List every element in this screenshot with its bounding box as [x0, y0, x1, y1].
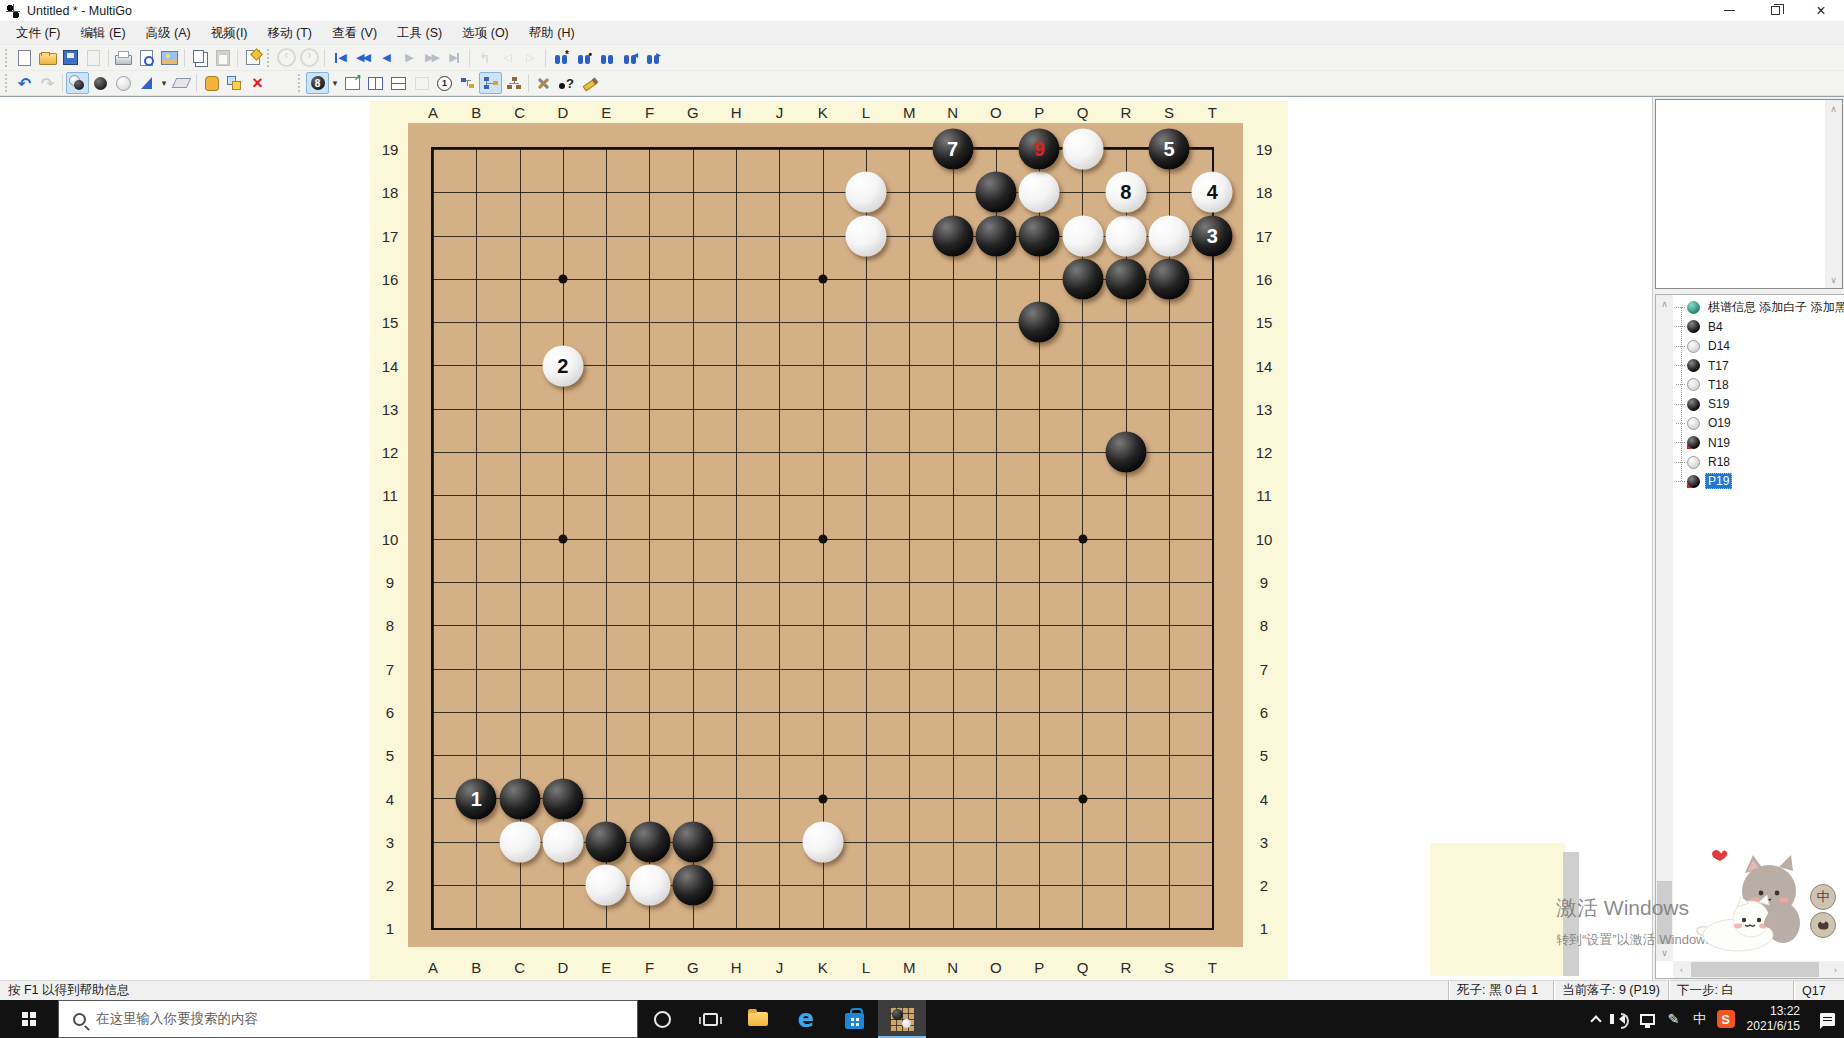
store-icon [845, 1013, 864, 1029]
coord-label-col-C-bottom: C [514, 959, 525, 976]
coord-label-row-2-right: 2 [1260, 877, 1268, 894]
coord-label-col-H-top: H [731, 104, 742, 121]
stone-R16[interactable] [1105, 258, 1146, 299]
coord-label-row-11-left: 11 [382, 487, 398, 504]
nav-last-icon[interactable]: ▶ [443, 47, 466, 69]
stone-Q17[interactable] [1062, 215, 1103, 256]
coord-label-col-S-top: S [1164, 104, 1174, 121]
coord-label-col-R-top: R [1120, 104, 1131, 121]
client-area: AABBCCDDEEFFGGHHJJKKLLMMNNOOPPQQRRSSTT19… [0, 96, 1844, 980]
coord-label-row-8-right: 8 [1260, 617, 1268, 634]
black-stone-icon [1687, 436, 1700, 449]
stone-O17[interactable] [975, 215, 1016, 256]
multigo-app-icon [5, 3, 21, 19]
black-stone-icon[interactable] [89, 72, 112, 94]
coord-label-row-1-left: 1 [386, 920, 394, 937]
var-next-icon[interactable] [519, 47, 542, 69]
undo-icon[interactable] [13, 72, 36, 94]
toolbar-separator [62, 74, 63, 92]
stone-K3[interactable] [802, 821, 843, 862]
tree-node-S19[interactable]: S19 [1673, 394, 1844, 413]
scroll-up-icon[interactable]: ∧ [1825, 100, 1842, 117]
tree-node-label: B4 [1705, 319, 1726, 335]
coord-label-row-1-right: 1 [1260, 920, 1268, 937]
tree-node-label: S19 [1705, 396, 1732, 412]
print-preview-icon[interactable] [135, 47, 158, 69]
tree-node-label: P19 [1705, 473, 1732, 489]
blank-board-icon[interactable] [410, 72, 433, 94]
find-point-icon[interactable] [572, 47, 595, 69]
coord-label-row-6-right: 6 [1260, 703, 1268, 720]
black-stone-icon [1687, 359, 1700, 372]
tree-node-T17[interactable]: T17 [1673, 356, 1844, 375]
coord-label-col-S-bottom: S [1164, 959, 1174, 976]
stone-S19[interactable]: 5 [1149, 129, 1190, 170]
coord-label-row-10-right: 10 [1256, 530, 1273, 547]
comment-scrollbar[interactable]: ∧ ∨ [1825, 100, 1842, 288]
taskbar-app-task-view[interactable] [686, 1000, 734, 1038]
stone-Q16[interactable] [1062, 258, 1103, 299]
coord-label-row-14-right: 14 [1256, 357, 1273, 374]
taskbar-app-multigo[interactable] [878, 1000, 926, 1038]
close-button[interactable]: × [1798, 0, 1844, 22]
menu-item-1[interactable]: 编辑 (E) [70, 23, 135, 44]
white-stone-icon [1687, 340, 1700, 353]
comment-panel[interactable]: ∧ ∨ [1655, 99, 1843, 289]
stone-D4[interactable] [542, 778, 583, 819]
stone-D3[interactable] [542, 821, 583, 862]
dropdown-arrow-icon[interactable]: ▾ [158, 72, 170, 94]
stone-L17[interactable] [846, 215, 887, 256]
open-file-icon[interactable] [36, 47, 59, 69]
coord-label-col-B-top: B [471, 104, 481, 121]
var-up-icon[interactable] [473, 47, 496, 69]
tree-node-P19[interactable]: P19 [1673, 472, 1844, 491]
find-icon[interactable] [595, 47, 618, 69]
coord-label-row-6-left: 6 [386, 703, 394, 720]
coord-label-row-15-left: 15 [382, 314, 399, 331]
coord-label-col-M-bottom: M [903, 959, 916, 976]
coord-label-row-12-left: 12 [382, 444, 399, 461]
white-stone-icon [1687, 456, 1700, 469]
find-prev-icon[interactable] [618, 47, 641, 69]
star-point-Q4 [1078, 794, 1087, 803]
coord-label-col-D-top: D [557, 104, 568, 121]
coord-label-col-N-top: N [947, 104, 958, 121]
scroll-down-icon[interactable]: ∨ [1656, 944, 1673, 961]
context-help-icon[interactable] [555, 72, 578, 94]
coord-label-row-19-right: 19 [1256, 141, 1273, 158]
play-mode-icon[interactable] [66, 72, 89, 94]
stone-E3[interactable] [586, 821, 627, 862]
stone-C3[interactable] [499, 821, 540, 862]
toolbar-separator [108, 49, 109, 67]
star-point-K10 [818, 534, 827, 543]
nav-back-icon[interactable] [275, 47, 298, 69]
coord-label-col-F-top: F [645, 104, 654, 121]
nav-forward-icon[interactable] [298, 47, 321, 69]
coord-label-row-13-right: 13 [1256, 400, 1273, 417]
tree-node-label: T18 [1705, 377, 1732, 393]
tree-node-D14[interactable]: D14 [1673, 337, 1844, 356]
menu-item-7[interactable]: 选项 (O) [452, 23, 519, 44]
menu-item-0[interactable]: 文件 (F) [6, 23, 70, 44]
window-title: Untitled * - MultiGo [27, 4, 132, 18]
coord-label-col-B-bottom: B [471, 959, 481, 976]
menu-bar: 文件 (F)编辑 (E)高级 (A)视频(I)移动 (T)查看 (V)工具 (S… [0, 22, 1844, 44]
stone-G2[interactable] [672, 865, 713, 906]
scroll-thumb[interactable] [1691, 962, 1819, 977]
volume-icon[interactable] [1609, 1000, 1635, 1038]
stone-R18[interactable]: 8 [1105, 172, 1146, 213]
toolbar-grip[interactable] [5, 74, 8, 92]
ime-skin-card [1430, 843, 1565, 976]
coord-label-col-C-top: C [514, 104, 525, 121]
stone-O18[interactable] [975, 172, 1016, 213]
pen-icon[interactable]: ✎ [1661, 1000, 1687, 1038]
coord-label-row-5-left: 5 [386, 747, 394, 764]
toolbar-separator [528, 74, 529, 92]
stone-P18[interactable] [1019, 172, 1060, 213]
taskbar-search-input[interactable]: 在这里输入你要搜索的内容 [58, 1000, 638, 1038]
nav-prev-icon[interactable]: ◀ [374, 47, 397, 69]
coord-label-row-4-right: 4 [1260, 790, 1268, 807]
search-placeholder: 在这里输入你要搜索的内容 [96, 1010, 258, 1028]
file-explorer-icon [748, 1012, 768, 1026]
tree-vertical-scrollbar[interactable]: ∧ ∨ [1656, 295, 1673, 961]
start-button[interactable] [0, 1000, 58, 1038]
root-node-icon [1687, 301, 1700, 314]
menu-item-8[interactable]: 帮助 (H) [519, 23, 585, 44]
menu-item-2[interactable]: 高级 (A) [136, 23, 201, 44]
ime-skin-badge[interactable] [1810, 912, 1836, 938]
stone-T18[interactable]: 4 [1192, 172, 1233, 213]
coord-label-col-J-top: J [776, 104, 784, 121]
coord-label-row-7-right: 7 [1260, 660, 1268, 677]
star-point-K4 [818, 794, 827, 803]
status-current-move: 当前落子: 9 (P19) [1553, 981, 1668, 1001]
scroll-left-icon[interactable]: ‹ [1673, 961, 1690, 978]
move-number-icon[interactable] [433, 72, 456, 94]
stone-P15[interactable] [1019, 302, 1060, 343]
coord-label-col-P-top: P [1034, 104, 1044, 121]
coord-label-col-D-bottom: D [557, 959, 568, 976]
coord-label-col-T-bottom: T [1208, 959, 1217, 976]
coord-label-row-19-left: 19 [382, 141, 399, 158]
tree-node-root[interactable]: 棋谱信息 添加白子 添加黑子 [1673, 298, 1844, 317]
tree-node-B4[interactable]: B4 [1673, 317, 1844, 336]
scroll-up-icon[interactable]: ∧ [1656, 295, 1673, 312]
restore-button[interactable] [1752, 0, 1798, 22]
coord-label-row-9-left: 9 [386, 574, 394, 591]
save-icon[interactable] [59, 47, 82, 69]
tray-chevron-icon[interactable] [1583, 1000, 1609, 1038]
stone-F2[interactable] [629, 865, 670, 906]
multigo-icon [890, 1007, 914, 1031]
stone-P17[interactable] [1019, 215, 1060, 256]
coord-label-row-8-left: 8 [386, 617, 394, 634]
clock-date: 2021/6/15 [1747, 1019, 1800, 1034]
star-point-D16 [558, 274, 567, 283]
cat-sticker [1693, 843, 1811, 961]
print-icon[interactable] [112, 47, 135, 69]
clock-time: 13:22 [1747, 1004, 1800, 1019]
coord-label-row-18-right: 18 [1256, 184, 1273, 201]
coord-label-col-F-bottom: F [645, 959, 654, 976]
toolbar-separator [324, 49, 325, 67]
pan-hand-icon[interactable] [200, 72, 223, 94]
tree-node-label: 棋谱信息 添加白子 添加黑子 [1705, 298, 1844, 317]
coord-label-col-L-bottom: L [862, 959, 870, 976]
redo-icon[interactable] [36, 72, 59, 94]
coord-label-col-Q-bottom: Q [1077, 959, 1089, 976]
scroll-right-icon[interactable]: › [1827, 961, 1844, 978]
tree-list-icon[interactable] [479, 72, 502, 94]
coord-label-row-17-left: 17 [382, 227, 399, 244]
delete-icon[interactable] [246, 72, 269, 94]
search-icon [73, 1013, 86, 1026]
tree-node-label: N19 [1705, 435, 1733, 451]
coord-label-col-P-bottom: P [1034, 959, 1044, 976]
coord-label-col-A-bottom: A [428, 959, 438, 976]
tree-node-N19[interactable]: N19 [1673, 433, 1844, 452]
coord-label-row-5-right: 5 [1260, 747, 1268, 764]
toolbar-separator [184, 49, 185, 67]
status-bar: 按 F1 以得到帮助信息 死子: 黑 0 白 1 当前落子: 9 (P19) 下… [0, 980, 1844, 1000]
stone-E2[interactable] [586, 865, 627, 906]
split-horizontal-icon[interactable] [387, 72, 410, 94]
copy-icon[interactable] [188, 47, 211, 69]
minimize-button[interactable] [1706, 0, 1752, 22]
star-point-K16 [818, 274, 827, 283]
tree-node-O19[interactable]: O19 [1673, 414, 1844, 433]
tree-node-label: D14 [1705, 338, 1733, 354]
coord-label-col-N-bottom: N [947, 959, 958, 976]
edge-icon: e [798, 1007, 814, 1031]
eraser-icon[interactable] [170, 72, 193, 94]
stone-G3[interactable] [672, 821, 713, 862]
tree-node-T18[interactable]: T18 [1673, 375, 1844, 394]
white-stone-icon [1687, 378, 1700, 391]
menu-item-4[interactable]: 移动 (T) [258, 23, 322, 44]
toolbar-separator [196, 74, 197, 92]
board-panel: AABBCCDDEEFFGGHHJJKKLLMMNNOOPPQQRRSSTT19… [0, 97, 1652, 981]
stone-S17[interactable] [1149, 215, 1190, 256]
toolbar-grip[interactable] [5, 49, 8, 67]
game-info-icon[interactable] [241, 47, 264, 69]
stone-Q19[interactable] [1062, 129, 1103, 170]
tools-icon[interactable] [532, 72, 555, 94]
status-captures: 死子: 黑 0 白 1 [1448, 981, 1553, 1001]
save-as-icon[interactable] [82, 47, 105, 69]
stone-N17[interactable] [932, 215, 973, 256]
var-prev-icon[interactable] [496, 47, 519, 69]
coord-label-row-16-right: 16 [1256, 270, 1273, 287]
stone-F3[interactable] [629, 821, 670, 862]
find-new-icon[interactable] [549, 47, 572, 69]
taskbar-app-store[interactable] [830, 1000, 878, 1038]
black-stone-icon [1687, 398, 1700, 411]
nav-ffwd-icon[interactable]: ▶▶ [420, 47, 443, 69]
scroll-down-icon[interactable]: ∨ [1825, 271, 1842, 288]
stone-B4[interactable]: 1 [456, 778, 497, 819]
menu-item-3[interactable]: 视频(I) [201, 23, 258, 44]
stone-D14[interactable]: 2 [542, 345, 583, 386]
coord-label-row-14-left: 14 [382, 357, 399, 374]
coord-label-col-O-top: O [990, 104, 1002, 121]
network-icon[interactable] [1635, 1000, 1661, 1038]
black-stone-icon [1687, 320, 1700, 333]
split-vertical-icon[interactable] [364, 72, 387, 94]
status-hover-coord: Q17 [1793, 981, 1844, 1001]
white-stone-icon [1687, 417, 1700, 430]
tree-node-R18[interactable]: R18 [1673, 452, 1844, 471]
dropdown-arrow-icon[interactable]: ▾ [329, 72, 341, 94]
scroll-thumb[interactable] [1657, 881, 1672, 947]
stone-N19[interactable]: 7 [932, 129, 973, 170]
coord-label-col-G-top: G [687, 104, 699, 121]
coord-label-col-E-bottom: E [601, 959, 611, 976]
coord-label-col-G-bottom: G [687, 959, 699, 976]
task-view-icon [703, 1013, 718, 1026]
menu-item-6[interactable]: 工具 (S) [387, 23, 452, 44]
cortana-icon [654, 1011, 671, 1028]
notification-center-icon[interactable] [1810, 1000, 1844, 1038]
toolbar-grip[interactable] [298, 74, 301, 92]
stone-P19[interactable]: 9 [1019, 129, 1060, 170]
toolbar-separator [545, 49, 546, 67]
black-stone-icon [1687, 475, 1700, 488]
title-bar: Untitled * - MultiGo × [0, 0, 1844, 22]
coord-label-col-K-top: K [818, 104, 828, 121]
taskbar-app-cortana[interactable] [638, 1000, 686, 1038]
star-point-D10 [558, 534, 567, 543]
stone-C4[interactable] [499, 778, 540, 819]
ime-indicator[interactable]: 中 [1687, 1000, 1713, 1038]
toolbar-separator [469, 49, 470, 67]
status-next-player: 下一步: 白 [1668, 981, 1793, 1001]
taskbar-app-edge[interactable]: e [782, 1000, 830, 1038]
marker-icon[interactable] [135, 72, 158, 94]
taskbar-app-file-explorer[interactable] [734, 1000, 782, 1038]
tree-org-icon[interactable] [502, 72, 525, 94]
coord-label-row-15-right: 15 [1256, 314, 1273, 331]
new-file-icon[interactable] [13, 47, 36, 69]
coord-label-col-Q-top: Q [1077, 104, 1089, 121]
toolbar-grip[interactable] [267, 49, 270, 67]
nav-next-icon[interactable]: ▶ [397, 47, 420, 69]
tree-node-label: O19 [1705, 415, 1734, 431]
coord-label-row-7-left: 7 [386, 660, 394, 677]
coord-label-row-18-left: 18 [382, 184, 399, 201]
tree-compact-icon[interactable] [456, 72, 479, 94]
coord-label-row-3-right: 3 [1260, 833, 1268, 850]
taskbar-clock[interactable]: 13:22 2021/6/15 [1739, 1004, 1810, 1034]
find-next-icon[interactable] [641, 47, 664, 69]
ime-language-badge[interactable]: 中 [1810, 884, 1836, 910]
coord-label-col-H-bottom: H [731, 959, 742, 976]
coord-label-col-A-top: A [428, 104, 438, 121]
coord-label-row-16-left: 16 [382, 270, 399, 287]
coord-label-row-9-right: 9 [1260, 574, 1268, 591]
nav-first-icon[interactable]: ◀ [328, 47, 351, 69]
coord-label-row-2-left: 2 [386, 877, 394, 894]
clean-icon[interactable] [578, 72, 601, 94]
coord-label-row-3-left: 3 [386, 833, 394, 850]
paste-icon[interactable] [211, 47, 234, 69]
tree-node-label: R18 [1705, 454, 1733, 470]
ime-skin-card-edge [1563, 852, 1579, 976]
coord-label-col-L-top: L [862, 104, 870, 121]
coord-label-row-17-right: 17 [1256, 227, 1273, 244]
sogou-icon[interactable]: S [1713, 1000, 1739, 1038]
go-board[interactable]: AABBCCDDEEFFGGHHJJKKLLMMNNOOPPQQRRSSTT19… [370, 101, 1288, 979]
stone-T17[interactable]: 3 [1192, 215, 1233, 256]
coord-label-col-M-top: M [903, 104, 916, 121]
status-help: 按 F1 以得到帮助信息 [0, 981, 1448, 1001]
tree-horizontal-scrollbar[interactable]: ‹ › [1673, 961, 1844, 978]
coord-label-row-11-right: 11 [1256, 487, 1272, 504]
nav-rewind-icon[interactable]: ◀◀ [351, 47, 374, 69]
insert-node-icon[interactable] [223, 72, 246, 94]
coord-label-col-K-bottom: K [818, 959, 828, 976]
board-window-icon[interactable] [341, 72, 364, 94]
coord-label-col-E-top: E [601, 104, 611, 121]
stone-R17[interactable] [1105, 215, 1146, 256]
toolbar-separator [237, 49, 238, 67]
export-image-icon[interactable] [158, 47, 181, 69]
white-stone-icon[interactable] [112, 72, 135, 94]
windows-taskbar: 在这里输入你要搜索的内容 e ✎ 中 S 13:22 2021/6/15 [0, 1000, 1844, 1038]
coord-label-row-10-left: 10 [382, 530, 399, 547]
coord-label-row-13-left: 13 [382, 400, 399, 417]
toolbar-main: ◀◀◀◀▶▶▶▶ [0, 44, 1844, 70]
star-point-Q10 [1078, 534, 1087, 543]
stone-S16[interactable] [1149, 258, 1190, 299]
coord-label-row-4-left: 4 [386, 790, 394, 807]
coord-label-col-O-bottom: O [990, 959, 1002, 976]
coord-label-col-T-top: T [1208, 104, 1217, 121]
menu-item-5[interactable]: 查看 (V) [322, 23, 387, 44]
number-display-icon[interactable] [306, 72, 329, 94]
toolbar-edit: ▾▾ [0, 70, 1844, 96]
coord-label-col-J-bottom: J [776, 959, 784, 976]
stone-L18[interactable] [846, 172, 887, 213]
stone-R12[interactable] [1105, 432, 1146, 473]
tree-node-label: T17 [1705, 358, 1732, 374]
coord-label-col-R-bottom: R [1120, 959, 1131, 976]
coord-label-row-12-right: 12 [1256, 444, 1273, 461]
